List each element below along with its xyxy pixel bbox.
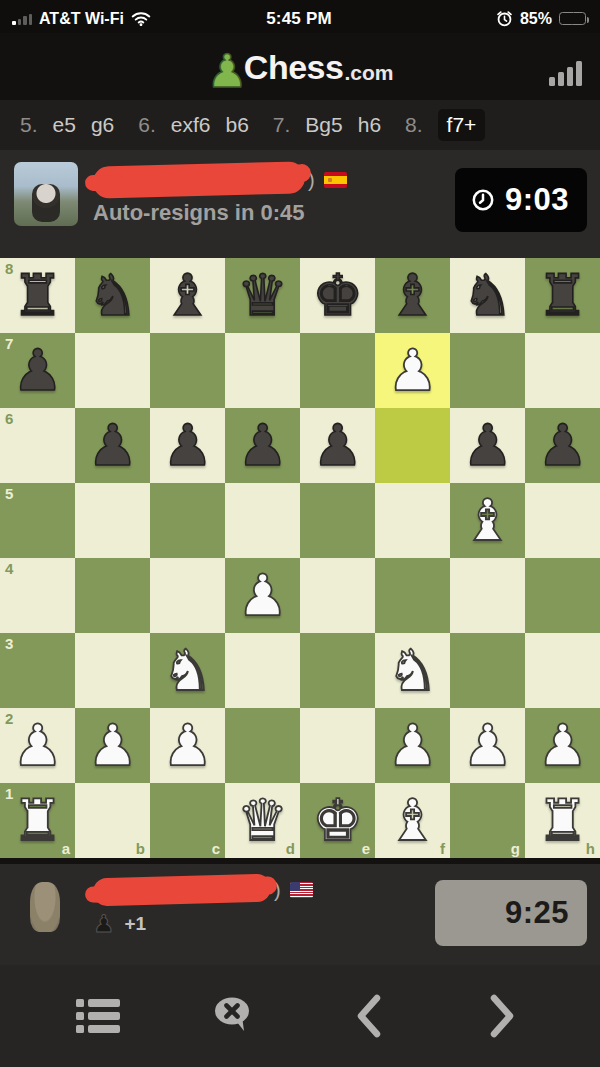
logo-suffix: .com (344, 61, 393, 87)
square-e5[interactable] (300, 483, 375, 558)
opponent-row: ) Auto-resigns in 0:45 9:03 (0, 150, 600, 258)
file-label-b: b (136, 841, 145, 856)
piece-black-pawn[interactable]: ♟ (312, 408, 363, 483)
piece-white-knight[interactable]: ♞ (387, 633, 438, 708)
piece-white-pawn[interactable]: ♟ (87, 708, 138, 783)
material-advantage: +1 (125, 913, 147, 935)
green-pawn-logo-icon: ♟ (207, 51, 248, 91)
file-label-c: c (212, 841, 220, 856)
piece-black-knight[interactable]: ♞ (87, 258, 138, 333)
clock-time: 5:45 PM (266, 9, 332, 29)
piece-white-pawn[interactable]: ♟ (237, 558, 288, 633)
piece-black-pawn[interactable]: ♟ (87, 408, 138, 483)
chevron-right-icon (488, 993, 518, 1039)
wifi-icon (131, 11, 151, 26)
square-a7[interactable]: 7♟ (0, 333, 75, 408)
square-f4[interactable] (375, 558, 450, 633)
square-f2[interactable]: ♟ (375, 708, 450, 783)
square-e4[interactable] (300, 558, 375, 633)
opponent-clock: 9:03 (455, 168, 587, 232)
square-d3[interactable] (225, 633, 300, 708)
square-b2[interactable]: ♟ (75, 708, 150, 783)
square-c4[interactable] (150, 558, 225, 633)
piece-white-bishop[interactable]: ♝ (462, 483, 513, 558)
alarm-icon (496, 10, 513, 27)
piece-white-knight[interactable]: ♞ (162, 633, 213, 708)
piece-white-pawn[interactable]: ♟ (12, 708, 63, 783)
square-h8[interactable]: ♜ (525, 258, 600, 333)
move-g6[interactable]: g6 (91, 113, 114, 137)
square-h5[interactable] (525, 483, 600, 558)
square-f7[interactable]: ♟ (375, 333, 450, 408)
square-e6[interactable]: ♟ (300, 408, 375, 483)
square-h1[interactable]: h♜ (525, 783, 600, 858)
square-d6[interactable]: ♟ (225, 408, 300, 483)
chesscom-logo: ♟ Chess .com (207, 47, 394, 87)
piece-black-pawn[interactable]: ♟ (537, 408, 588, 483)
piece-black-bishop[interactable]: ♝ (162, 258, 213, 333)
file-label-g: g (511, 841, 520, 856)
player-avatar[interactable] (14, 874, 78, 938)
piece-white-queen[interactable]: ♛ (237, 783, 288, 858)
square-e1[interactable]: e♚ (300, 783, 375, 858)
move-h6[interactable]: h6 (358, 113, 381, 137)
square-g8[interactable]: ♞ (450, 258, 525, 333)
piece-black-rook[interactable]: ♜ (12, 258, 63, 333)
rank-label-4: 4 (5, 561, 13, 576)
square-b5[interactable] (75, 483, 150, 558)
square-c5[interactable] (150, 483, 225, 558)
piece-black-pawn[interactable]: ♟ (162, 408, 213, 483)
square-g1[interactable]: g (450, 783, 525, 858)
piece-black-bishop[interactable]: ♝ (387, 258, 438, 333)
square-h7[interactable] (525, 333, 600, 408)
square-d7[interactable] (225, 333, 300, 408)
square-b8[interactable]: ♞ (75, 258, 150, 333)
square-b7[interactable] (75, 333, 150, 408)
back-button[interactable] (333, 981, 403, 1051)
piece-black-pawn[interactable]: ♟ (237, 408, 288, 483)
carrier-label: AT&T Wi-Fi (39, 10, 124, 28)
move-list: 5.e5g66.exf6b67.Bg5h68.f7+ (0, 100, 600, 150)
piece-white-king[interactable]: ♚ (312, 783, 363, 858)
piece-white-rook[interactable]: ♜ (537, 783, 588, 858)
square-e7[interactable] (300, 333, 375, 408)
forward-button[interactable] (468, 981, 538, 1051)
piece-white-pawn[interactable]: ♟ (387, 708, 438, 783)
square-g6[interactable]: ♟ (450, 408, 525, 483)
square-e2[interactable] (300, 708, 375, 783)
list-icon (75, 996, 121, 1036)
player-row: ) ♟ +1 9:25 (0, 864, 600, 965)
piece-black-king[interactable]: ♚ (312, 258, 363, 333)
name-redaction-scribble (93, 874, 272, 907)
square-f5[interactable] (375, 483, 450, 558)
chess-board: 8♜♞♝♛♚♝♞♜7♟♟6♟♟♟♟♟♟5♝4♟3♞♞2♟♟♟♟♟♟1a♜bcd♛… (0, 258, 600, 858)
spain-flag-icon (324, 172, 347, 188)
move-number: 5. (20, 113, 38, 137)
square-c1[interactable]: c (150, 783, 225, 858)
piece-black-rook[interactable]: ♜ (537, 258, 588, 333)
move-number: 8. (405, 113, 423, 137)
square-f6[interactable] (375, 408, 450, 483)
chevron-left-icon (353, 993, 383, 1039)
square-f1[interactable]: f♝ (375, 783, 450, 858)
square-d8[interactable]: ♛ (225, 258, 300, 333)
piece-black-knight[interactable]: ♞ (462, 258, 513, 333)
square-f8[interactable]: ♝ (375, 258, 450, 333)
rank-label-6: 6 (5, 411, 13, 426)
app-screen: AT&T Wi-Fi 5:45 PM 85% ♟ Chess (0, 0, 600, 1067)
square-h4[interactable] (525, 558, 600, 633)
usa-flag-icon (290, 882, 313, 898)
square-a4[interactable]: 4 (0, 558, 75, 633)
opponent-avatar[interactable] (14, 162, 78, 226)
ios-status-bar: AT&T Wi-Fi 5:45 PM 85% (0, 0, 600, 33)
piece-black-queen[interactable]: ♛ (237, 258, 288, 333)
battery-percent-label: 85% (520, 10, 552, 28)
square-e3[interactable] (300, 633, 375, 708)
square-d4[interactable]: ♟ (225, 558, 300, 633)
move-e5[interactable]: e5 (53, 113, 76, 137)
square-g3[interactable] (450, 633, 525, 708)
square-a2[interactable]: 2♟ (0, 708, 75, 783)
square-d2[interactable] (225, 708, 300, 783)
opponent-clock-time: 9:03 (505, 182, 569, 218)
square-a3[interactable]: 3 (0, 633, 75, 708)
square-g7[interactable] (450, 333, 525, 408)
square-c7[interactable] (150, 333, 225, 408)
square-e8[interactable]: ♚ (300, 258, 375, 333)
file-label-f: f (440, 841, 445, 856)
piece-white-pawn[interactable]: ♟ (162, 708, 213, 783)
move-number: 7. (273, 113, 291, 137)
name-redaction-scribble (93, 161, 306, 199)
square-c6[interactable]: ♟ (150, 408, 225, 483)
connection-strength-icon (549, 61, 583, 86)
move-list-button[interactable] (63, 981, 133, 1051)
piece-white-bishop[interactable]: ♝ (387, 783, 438, 858)
square-g2[interactable]: ♟ (450, 708, 525, 783)
logo-text: Chess (244, 48, 344, 87)
piece-white-rook[interactable]: ♜ (12, 783, 63, 858)
player-clock-time: 9:25 (505, 895, 569, 931)
piece-white-pawn[interactable]: ♟ (387, 333, 438, 408)
square-d1[interactable]: d♛ (225, 783, 300, 858)
square-a5[interactable]: 5 (0, 483, 75, 558)
piece-black-pawn[interactable]: ♟ (462, 408, 513, 483)
square-b6[interactable]: ♟ (75, 408, 150, 483)
status-left: AT&T Wi-Fi (12, 10, 232, 28)
chat-muted-icon (211, 995, 255, 1037)
square-g4[interactable] (450, 558, 525, 633)
square-c2[interactable]: ♟ (150, 708, 225, 783)
square-h3[interactable] (525, 633, 600, 708)
move-Bg5[interactable]: Bg5 (305, 113, 342, 137)
move-number: 6. (138, 113, 156, 137)
bottom-toolbar (0, 965, 600, 1067)
square-h2[interactable]: ♟ (525, 708, 600, 783)
move-b6[interactable]: b6 (225, 113, 248, 137)
piece-black-pawn[interactable]: ♟ (12, 333, 63, 408)
square-h6[interactable]: ♟ (525, 408, 600, 483)
square-b3[interactable] (75, 633, 150, 708)
cell-signal-icon (12, 13, 32, 25)
square-a1[interactable]: 1a♜ (0, 783, 75, 858)
piece-white-pawn[interactable]: ♟ (537, 708, 588, 783)
square-b4[interactable] (75, 558, 150, 633)
square-a8[interactable]: 8♜ (0, 258, 75, 333)
square-b1[interactable]: b (75, 783, 150, 858)
status-right: 85% (366, 10, 586, 28)
app-header: ♟ Chess .com (0, 33, 600, 100)
rank-label-5: 5 (5, 486, 13, 501)
move-exf6[interactable]: exf6 (171, 113, 211, 137)
square-a6[interactable]: 6 (0, 408, 75, 483)
battery-charging-icon (559, 12, 586, 25)
square-g5[interactable]: ♝ (450, 483, 525, 558)
captured-black-pawn-icon: ♟ (93, 912, 115, 936)
square-c3[interactable]: ♞ (150, 633, 225, 708)
square-f3[interactable]: ♞ (375, 633, 450, 708)
clock-icon (471, 188, 495, 212)
square-d5[interactable] (225, 483, 300, 558)
player-clock: 9:25 (435, 880, 587, 946)
chat-disabled-button[interactable] (198, 981, 268, 1051)
square-c8[interactable]: ♝ (150, 258, 225, 333)
piece-white-pawn[interactable]: ♟ (462, 708, 513, 783)
move-f7[interactable]: f7+ (438, 109, 486, 141)
rank-label-3: 3 (5, 636, 13, 651)
